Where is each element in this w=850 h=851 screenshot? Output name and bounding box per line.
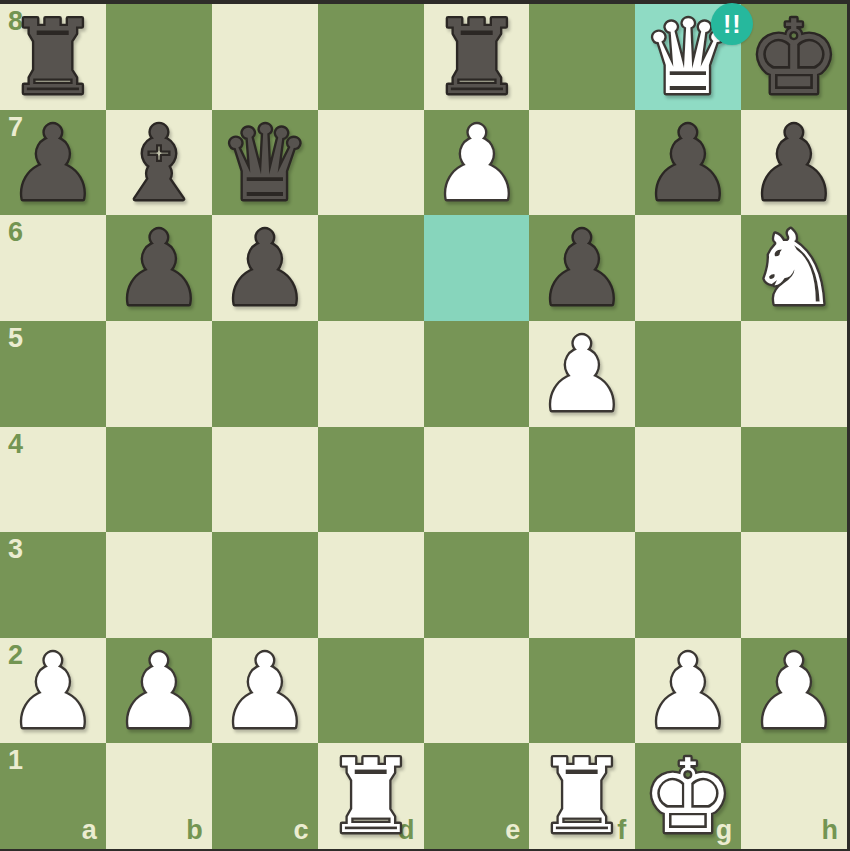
square-h4[interactable]	[741, 427, 847, 533]
square-f5[interactable]: ♟	[529, 321, 635, 427]
white-king[interactable]: ♚	[635, 743, 741, 849]
square-c8[interactable]	[212, 4, 318, 110]
rank-label-4: 4	[8, 431, 23, 458]
square-c6[interactable]: ♟	[212, 215, 318, 321]
black-pawn[interactable]: ♟	[0, 110, 106, 216]
black-king[interactable]: ♚	[741, 4, 847, 110]
square-f6[interactable]: ♟	[529, 215, 635, 321]
svg-text:♟: ♟	[536, 215, 628, 321]
svg-text:♟: ♟	[536, 321, 628, 427]
square-a2[interactable]: 2♟	[0, 638, 106, 744]
black-rook[interactable]: ♜	[424, 4, 530, 110]
svg-text:♟: ♟	[748, 638, 840, 744]
square-e7[interactable]: ♟	[424, 110, 530, 216]
square-f8[interactable]	[529, 4, 635, 110]
svg-text:♟: ♟	[113, 215, 205, 321]
square-b2[interactable]: ♟	[106, 638, 212, 744]
square-a5[interactable]: 5	[0, 321, 106, 427]
square-c5[interactable]	[212, 321, 318, 427]
square-b3[interactable]	[106, 532, 212, 638]
svg-text:♟: ♟	[748, 110, 840, 216]
square-c4[interactable]	[212, 427, 318, 533]
svg-text:♟: ♟	[642, 110, 734, 216]
square-a7[interactable]: 7♟	[0, 110, 106, 216]
square-b6[interactable]: ♟	[106, 215, 212, 321]
white-pawn[interactable]: ♟	[212, 638, 318, 744]
svg-text:♜: ♜	[536, 743, 628, 849]
black-pawn[interactable]: ♟	[635, 110, 741, 216]
file-label-h: h	[822, 817, 839, 844]
square-c2[interactable]: ♟	[212, 638, 318, 744]
square-a8[interactable]: 8♜	[0, 4, 106, 110]
chess-board: 8♜♜♛!!♚7♟♝♛♟♟♟6♟♟♟♞5♟432♟♟♟♟♟1abcd♜ef♜g♚…	[0, 4, 847, 849]
svg-text:♜: ♜	[431, 4, 523, 110]
square-h5[interactable]	[741, 321, 847, 427]
rank-label-1: 1	[8, 747, 23, 774]
square-e2[interactable]	[424, 638, 530, 744]
square-d1[interactable]: d♜	[318, 743, 424, 849]
square-a4[interactable]: 4	[0, 427, 106, 533]
svg-text:♜: ♜	[7, 4, 99, 110]
black-bishop[interactable]: ♝	[106, 110, 212, 216]
square-f1[interactable]: f♜	[529, 743, 635, 849]
square-c1[interactable]: c	[212, 743, 318, 849]
square-a6[interactable]: 6	[0, 215, 106, 321]
square-b1[interactable]: b	[106, 743, 212, 849]
white-pawn[interactable]: ♟	[106, 638, 212, 744]
square-d3[interactable]	[318, 532, 424, 638]
square-g7[interactable]: ♟	[635, 110, 741, 216]
white-pawn[interactable]: ♟	[635, 638, 741, 744]
square-e1[interactable]: e	[424, 743, 530, 849]
square-c7[interactable]: ♛	[212, 110, 318, 216]
file-label-e: e	[505, 817, 520, 844]
svg-text:♛: ♛	[219, 110, 311, 216]
svg-text:♞: ♞	[748, 215, 840, 321]
square-c3[interactable]	[212, 532, 318, 638]
square-e6[interactable]	[424, 215, 530, 321]
file-label-c: c	[294, 817, 309, 844]
svg-text:♟: ♟	[219, 638, 311, 744]
svg-text:♟: ♟	[431, 110, 523, 216]
rank-label-6: 6	[8, 219, 23, 246]
svg-text:♟: ♟	[7, 638, 99, 744]
square-e5[interactable]	[424, 321, 530, 427]
board-frame: 8♜♜♛!!♚7♟♝♛♟♟♟6♟♟♟♞5♟432♟♟♟♟♟1abcd♜ef♜g♚…	[0, 0, 850, 851]
square-f4[interactable]	[529, 427, 635, 533]
square-d2[interactable]	[318, 638, 424, 744]
svg-text:♟: ♟	[219, 215, 311, 321]
square-g2[interactable]: ♟	[635, 638, 741, 744]
black-pawn[interactable]: ♟	[106, 215, 212, 321]
square-f7[interactable]	[529, 110, 635, 216]
square-g8[interactable]: ♛!!	[635, 4, 741, 110]
white-rook[interactable]: ♜	[318, 743, 424, 849]
brilliant-move-badge: !!	[711, 3, 753, 45]
file-label-b: b	[186, 817, 203, 844]
black-pawn[interactable]: ♟	[741, 110, 847, 216]
white-knight[interactable]: ♞	[741, 215, 847, 321]
svg-text:♚: ♚	[642, 743, 734, 849]
white-pawn[interactable]: ♟	[529, 321, 635, 427]
square-g1[interactable]: g♚	[635, 743, 741, 849]
svg-text:♟: ♟	[642, 638, 734, 744]
square-e8[interactable]: ♜	[424, 4, 530, 110]
file-label-a: a	[82, 817, 97, 844]
square-e3[interactable]	[424, 532, 530, 638]
square-b4[interactable]	[106, 427, 212, 533]
white-pawn[interactable]: ♟	[424, 110, 530, 216]
square-e4[interactable]	[424, 427, 530, 533]
square-d7[interactable]	[318, 110, 424, 216]
white-rook[interactable]: ♜	[529, 743, 635, 849]
white-pawn[interactable]: ♟	[741, 638, 847, 744]
square-f2[interactable]	[529, 638, 635, 744]
rank-label-5: 5	[8, 325, 23, 352]
square-f3[interactable]	[529, 532, 635, 638]
square-d4[interactable]	[318, 427, 424, 533]
svg-text:♟: ♟	[113, 638, 205, 744]
square-b5[interactable]	[106, 321, 212, 427]
svg-text:♜: ♜	[325, 743, 417, 849]
square-g5[interactable]	[635, 321, 741, 427]
svg-text:♝: ♝	[113, 110, 205, 216]
rank-label-3: 3	[8, 536, 23, 563]
square-h6[interactable]: ♞	[741, 215, 847, 321]
square-h1[interactable]: h	[741, 743, 847, 849]
svg-text:♚: ♚	[748, 4, 840, 110]
square-a3[interactable]: 3	[0, 532, 106, 638]
black-rook[interactable]: ♜	[0, 4, 106, 110]
square-d6[interactable]	[318, 215, 424, 321]
square-g3[interactable]	[635, 532, 741, 638]
square-h7[interactable]: ♟	[741, 110, 847, 216]
square-a1[interactable]: 1a	[0, 743, 106, 849]
black-pawn[interactable]: ♟	[212, 215, 318, 321]
square-d8[interactable]	[318, 4, 424, 110]
square-h8[interactable]: ♚	[741, 4, 847, 110]
square-b7[interactable]: ♝	[106, 110, 212, 216]
svg-text:♟: ♟	[7, 110, 99, 216]
square-h2[interactable]: ♟	[741, 638, 847, 744]
square-d5[interactable]	[318, 321, 424, 427]
white-pawn[interactable]: ♟	[0, 638, 106, 744]
square-b8[interactable]	[106, 4, 212, 110]
square-h3[interactable]	[741, 532, 847, 638]
square-g4[interactable]	[635, 427, 741, 533]
black-pawn[interactable]: ♟	[529, 215, 635, 321]
black-queen[interactable]: ♛	[212, 110, 318, 216]
square-g6[interactable]	[635, 215, 741, 321]
